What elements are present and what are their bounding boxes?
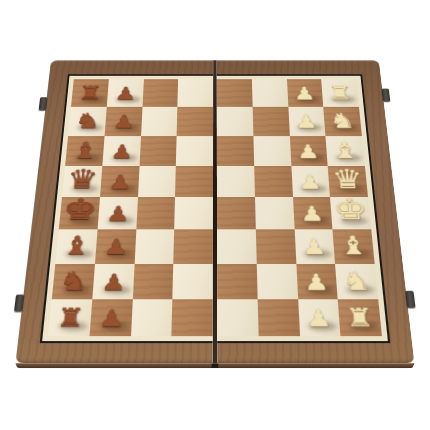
squares-grid-right bbox=[217, 79, 382, 336]
piece-shadow bbox=[109, 184, 135, 192]
squares-grid-left bbox=[48, 79, 213, 336]
square-c7r7 bbox=[338, 299, 382, 336]
square-c1r6 bbox=[92, 264, 134, 299]
board-margin-right bbox=[217, 76, 388, 341]
square-c5r7 bbox=[257, 299, 299, 336]
square-c2r3 bbox=[138, 166, 177, 197]
square-c3r7 bbox=[172, 299, 213, 336]
square-c2r7 bbox=[130, 299, 172, 336]
square-c2r4 bbox=[136, 197, 175, 230]
square-c3r1 bbox=[177, 107, 213, 136]
square-c3r5 bbox=[174, 230, 213, 264]
square-c6r6 bbox=[296, 264, 338, 299]
square-c2r5 bbox=[134, 230, 174, 264]
piece-shadow bbox=[336, 154, 362, 162]
square-c3r0 bbox=[178, 79, 214, 107]
square-c4r6 bbox=[217, 264, 257, 299]
square-c5r6 bbox=[256, 264, 297, 299]
square-c3r2 bbox=[176, 136, 213, 166]
piece-shadow bbox=[74, 154, 100, 162]
square-c7r6 bbox=[335, 264, 378, 299]
board-half-right bbox=[217, 60, 415, 363]
square-c5r3 bbox=[254, 166, 293, 197]
square-c0r7 bbox=[48, 299, 92, 336]
square-c5r5 bbox=[256, 230, 296, 264]
square-c2r0 bbox=[142, 79, 178, 107]
square-c6r7 bbox=[298, 299, 341, 336]
piece-shadow bbox=[115, 96, 140, 103]
metal-latch-right bbox=[381, 88, 390, 101]
square-c3r6 bbox=[173, 264, 213, 299]
square-c5r2 bbox=[253, 136, 291, 166]
square-c4r0 bbox=[217, 79, 253, 107]
square-c2r6 bbox=[132, 264, 173, 299]
piece-shadow bbox=[111, 154, 137, 162]
chess-board: ♜♟♟♜♞♟♟♞♝♟♟♝♛♟♟♛♚♟♟♚♝♟♟♝♞♟♟♞♜♟♟♜ bbox=[15, 60, 414, 363]
product-photo-folding-chess-set: ♜♟♟♜♞♟♟♞♝♟♟♝♛♟♟♛♚♟♟♚♝♟♟♝♞♟♟♞♜♟♟♜ bbox=[0, 0, 430, 430]
piece-shadow bbox=[71, 184, 98, 192]
square-c2r1 bbox=[141, 107, 178, 136]
piece-shadow bbox=[301, 184, 327, 192]
square-c5r1 bbox=[252, 107, 289, 136]
piece-shadow bbox=[299, 154, 325, 162]
square-c4r4 bbox=[217, 197, 256, 230]
square-c1r5 bbox=[95, 230, 136, 264]
square-c2r2 bbox=[139, 136, 177, 166]
square-c0r5 bbox=[55, 230, 97, 264]
square-c4r3 bbox=[217, 166, 255, 197]
square-c1r7 bbox=[89, 299, 132, 336]
piece-shadow bbox=[338, 184, 365, 192]
square-c6r5 bbox=[294, 230, 335, 264]
square-c0r6 bbox=[52, 264, 95, 299]
board-margin-left bbox=[42, 76, 213, 341]
square-c3r4 bbox=[174, 197, 213, 230]
metal-latch-left bbox=[39, 97, 48, 110]
photo-scene: ♜♟♟♜♞♟♟♞♝♟♟♝♛♟♟♛♚♟♟♚♝♟♟♝♞♟♟♞♜♟♟♜ bbox=[0, 0, 430, 430]
square-c5r4 bbox=[255, 197, 294, 230]
square-c1r4 bbox=[97, 197, 137, 230]
square-c4r1 bbox=[217, 107, 253, 136]
square-c3r3 bbox=[175, 166, 213, 197]
pinstripe-border-right bbox=[217, 74, 390, 343]
pinstripe-border-left bbox=[40, 74, 213, 343]
square-c7r4 bbox=[330, 197, 371, 230]
square-c0r4 bbox=[59, 197, 100, 230]
square-c4r7 bbox=[217, 299, 258, 336]
square-c6r4 bbox=[293, 197, 333, 230]
board-front-edge bbox=[15, 363, 414, 368]
square-c4r5 bbox=[217, 230, 256, 264]
square-c4r2 bbox=[217, 136, 254, 166]
square-c7r5 bbox=[333, 230, 375, 264]
square-c5r0 bbox=[252, 79, 288, 107]
